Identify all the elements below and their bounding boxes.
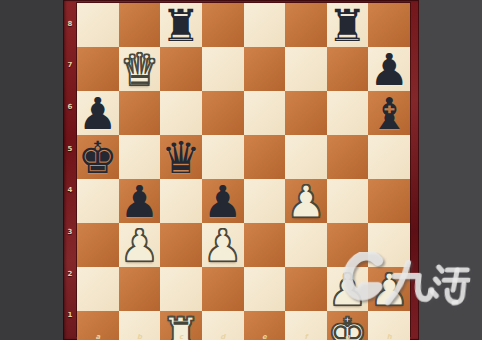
square-e4[interactable] (244, 179, 286, 223)
piece-white-pawn-b3[interactable]: ♟ (120, 224, 159, 268)
square-a8[interactable] (77, 3, 119, 47)
piece-white-queen-b7[interactable]: ♛ (120, 48, 159, 92)
square-d3[interactable]: ♟ (202, 223, 244, 267)
file-label-e: e (244, 334, 286, 340)
square-f8[interactable] (285, 3, 327, 47)
square-e2[interactable] (244, 267, 286, 311)
square-f2[interactable] (285, 267, 327, 311)
square-f6[interactable] (285, 91, 327, 135)
square-g3[interactable] (327, 223, 369, 267)
rank-label-3: 3 (63, 211, 77, 253)
square-h5[interactable] (368, 135, 410, 179)
square-b6[interactable] (119, 91, 161, 135)
rank-label-8: 8 (63, 3, 77, 45)
rank-label-6: 6 (63, 86, 77, 128)
square-g8[interactable]: ♜ (327, 3, 369, 47)
square-g6[interactable] (327, 91, 369, 135)
file-label-a: a (77, 334, 119, 340)
rank-labels: 87654321 (63, 3, 77, 336)
square-f5[interactable] (285, 135, 327, 179)
square-e6[interactable] (244, 91, 286, 135)
square-c2[interactable] (160, 267, 202, 311)
file-label-f: f (285, 334, 327, 340)
piece-white-pawn-f4[interactable]: ♟ (286, 180, 325, 224)
square-a4[interactable] (77, 179, 119, 223)
square-e8[interactable] (244, 3, 286, 47)
file-label-d: d (202, 334, 244, 340)
square-h3[interactable] (368, 223, 410, 267)
rank-label-7: 7 (63, 45, 77, 87)
square-b4[interactable]: ♟ (119, 179, 161, 223)
rank-label-5: 5 (63, 128, 77, 170)
square-f4[interactable]: ♟ (285, 179, 327, 223)
piece-black-rook-g8[interactable]: ♜ (328, 4, 367, 48)
piece-black-pawn-h7[interactable]: ♟ (369, 48, 408, 92)
square-b7[interactable]: ♛ (119, 47, 161, 91)
square-h8[interactable] (368, 3, 410, 47)
square-d4[interactable]: ♟ (202, 179, 244, 223)
screenshot-stage: 87654321 ♜♜♛♟♟♝♚♛♟♟♟♟♟♟♟♜♚ abcdefgh 九游 (0, 0, 482, 340)
piece-black-bishop-h6[interactable]: ♝ (369, 92, 408, 136)
rank-label-1: 1 (63, 294, 77, 336)
piece-white-pawn-h2[interactable]: ♟ (369, 268, 408, 312)
square-b5[interactable] (119, 135, 161, 179)
square-e5[interactable] (244, 135, 286, 179)
piece-black-pawn-a6[interactable]: ♟ (78, 92, 117, 136)
square-g4[interactable] (327, 179, 369, 223)
square-c7[interactable] (160, 47, 202, 91)
file-label-c: c (160, 334, 202, 340)
square-g7[interactable] (327, 47, 369, 91)
piece-black-king-a5[interactable]: ♚ (78, 136, 117, 180)
piece-black-rook-c8[interactable]: ♜ (161, 4, 200, 48)
piece-white-pawn-g2[interactable]: ♟ (328, 268, 367, 312)
file-label-b: b (119, 334, 161, 340)
square-c8[interactable]: ♜ (160, 3, 202, 47)
square-g5[interactable] (327, 135, 369, 179)
file-labels: abcdefgh (77, 334, 410, 340)
square-e7[interactable] (244, 47, 286, 91)
square-f7[interactable] (285, 47, 327, 91)
square-a6[interactable]: ♟ (77, 91, 119, 135)
square-h6[interactable]: ♝ (368, 91, 410, 135)
square-c5[interactable]: ♛ (160, 135, 202, 179)
square-h2[interactable]: ♟ (368, 267, 410, 311)
square-a3[interactable] (77, 223, 119, 267)
file-label-h: h (368, 334, 410, 340)
square-d7[interactable] (202, 47, 244, 91)
piece-white-pawn-d3[interactable]: ♟ (203, 224, 242, 268)
file-label-g: g (327, 334, 369, 340)
piece-black-pawn-b4[interactable]: ♟ (120, 180, 159, 224)
square-b3[interactable]: ♟ (119, 223, 161, 267)
square-b8[interactable] (119, 3, 161, 47)
piece-black-queen-c5[interactable]: ♛ (161, 136, 200, 180)
background-right-strip (419, 0, 482, 340)
square-d8[interactable] (202, 3, 244, 47)
square-e3[interactable] (244, 223, 286, 267)
square-d2[interactable] (202, 267, 244, 311)
chess-board[interactable]: ♜♜♛♟♟♝♚♛♟♟♟♟♟♟♟♜♚ (77, 3, 410, 336)
square-d6[interactable] (202, 91, 244, 135)
piece-black-pawn-d4[interactable]: ♟ (203, 180, 242, 224)
square-a7[interactable] (77, 47, 119, 91)
square-d5[interactable] (202, 135, 244, 179)
square-a2[interactable] (77, 267, 119, 311)
square-c6[interactable] (160, 91, 202, 135)
square-c3[interactable] (160, 223, 202, 267)
square-a5[interactable]: ♚ (77, 135, 119, 179)
rank-label-4: 4 (63, 170, 77, 212)
square-f3[interactable] (285, 223, 327, 267)
square-c4[interactable] (160, 179, 202, 223)
square-h7[interactable]: ♟ (368, 47, 410, 91)
square-g2[interactable]: ♟ (327, 267, 369, 311)
rank-label-2: 2 (63, 253, 77, 295)
square-b2[interactable] (119, 267, 161, 311)
square-h4[interactable] (368, 179, 410, 223)
